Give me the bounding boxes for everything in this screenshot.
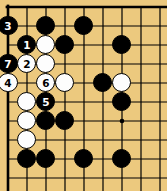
move-number-label: 5 [42,97,49,108]
move-number-label: 2 [23,59,30,70]
move-number-label: 4 [4,78,11,89]
move-number-label: 1 [23,40,30,51]
move-number-label: 3 [4,21,11,32]
move-number-label: 6 [42,78,49,89]
star-point [120,119,125,124]
move-number-label: 7 [4,59,11,70]
go-board: 3172465 [0,0,167,191]
